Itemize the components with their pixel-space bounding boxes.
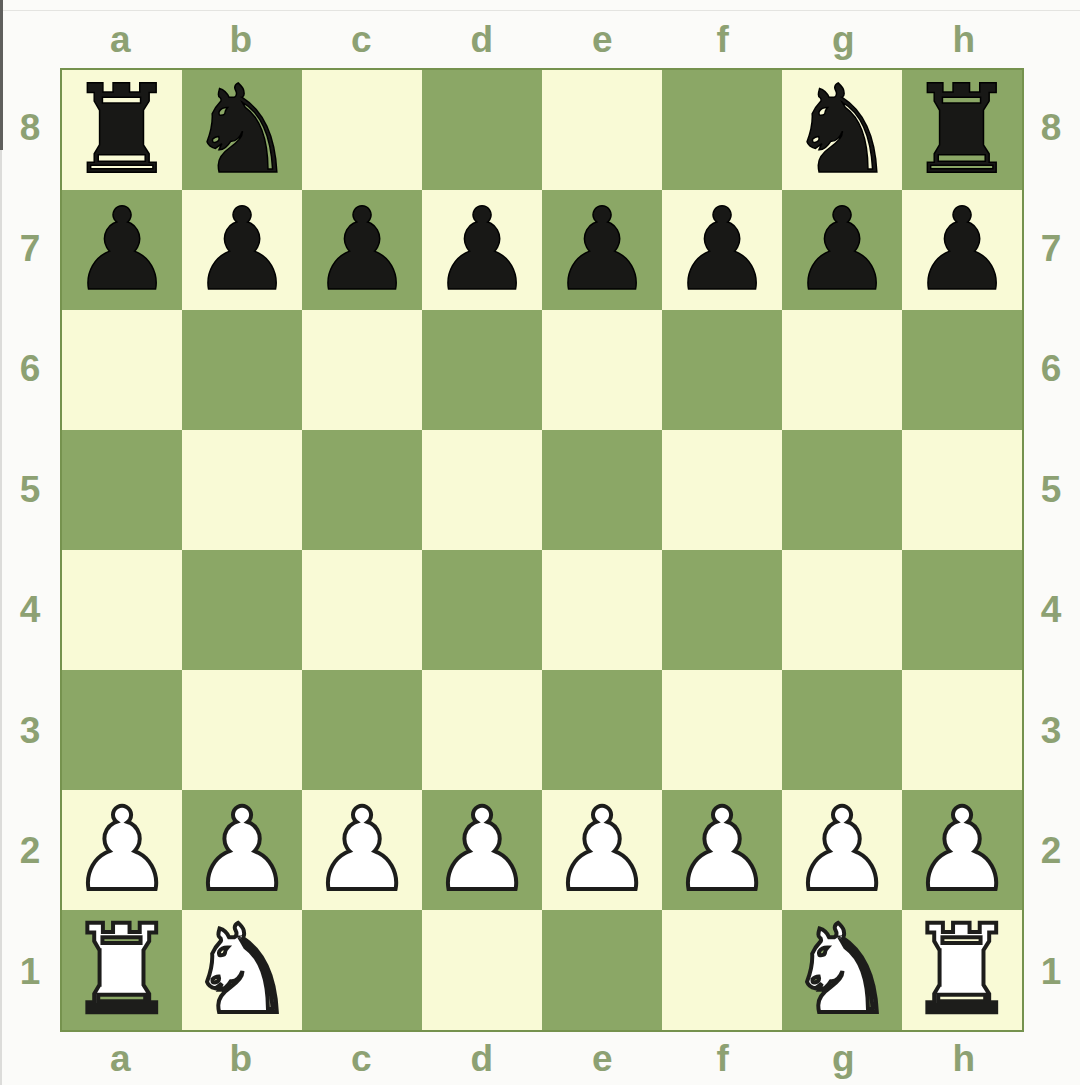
chess-board: ♜♞♞♜♟♟♟♟♟♟♟♟♟♟♟♟♟♟♟♟♜♞♞♜ [60,68,1024,1032]
piece-white-knight[interactable]: ♞ [187,910,296,1030]
square-g6[interactable] [782,310,902,430]
rank-label-8: 8 [0,68,60,189]
square-c6[interactable] [302,310,422,430]
square-d1[interactable] [422,910,542,1030]
file-label-e: e [542,11,663,68]
square-d8[interactable] [422,70,542,190]
file-label-d: d [422,11,543,68]
square-a7[interactable]: ♟ [62,190,182,310]
file-label-f: f [663,1032,784,1085]
square-d5[interactable] [422,430,542,550]
chess-board-page: abcdefgh 87654321 ♜♞♞♜♟♟♟♟♟♟♟♟♟♟♟♟♟♟♟♟♜♞… [0,0,1080,1085]
rank-label-4: 4 [1022,550,1080,671]
square-f8[interactable] [662,70,782,190]
rank-labels-left: 87654321 [0,68,60,1032]
square-c3[interactable] [302,670,422,790]
rank-label-6: 6 [0,309,60,430]
square-g1[interactable]: ♞ [782,910,902,1030]
square-h7[interactable]: ♟ [902,190,1022,310]
rank-label-7: 7 [1022,189,1080,310]
square-f3[interactable] [662,670,782,790]
piece-black-rook[interactable]: ♜ [67,70,176,190]
rank-label-5: 5 [1022,430,1080,551]
square-g5[interactable] [782,430,902,550]
square-c5[interactable] [302,430,422,550]
square-d6[interactable] [422,310,542,430]
square-c8[interactable] [302,70,422,190]
square-b8[interactable]: ♞ [182,70,302,190]
square-g3[interactable] [782,670,902,790]
square-h1[interactable]: ♜ [902,910,1022,1030]
square-a4[interactable] [62,550,182,670]
square-e3[interactable] [542,670,662,790]
square-e4[interactable] [542,550,662,670]
piece-black-pawn[interactable]: ♟ [431,190,533,310]
file-labels-bottom: abcdefgh [60,1032,1024,1085]
square-b1[interactable]: ♞ [182,910,302,1030]
piece-black-pawn[interactable]: ♟ [911,190,1013,310]
square-c7[interactable]: ♟ [302,190,422,310]
square-c1[interactable] [302,910,422,1030]
file-label-a: a [60,1032,181,1085]
rank-label-2: 2 [1022,791,1080,912]
square-a1[interactable]: ♜ [62,910,182,1030]
file-label-c: c [301,11,422,68]
square-h4[interactable] [902,550,1022,670]
piece-black-pawn[interactable]: ♟ [791,190,893,310]
square-f1[interactable] [662,910,782,1030]
file-label-c: c [301,1032,422,1085]
piece-white-rook[interactable]: ♜ [67,910,176,1030]
file-label-g: g [783,1032,904,1085]
square-a5[interactable] [62,430,182,550]
square-h6[interactable] [902,310,1022,430]
rank-label-6: 6 [1022,309,1080,430]
piece-black-pawn[interactable]: ♟ [71,190,173,310]
square-e5[interactable] [542,430,662,550]
square-a8[interactable]: ♜ [62,70,182,190]
piece-white-rook[interactable]: ♜ [907,910,1016,1030]
piece-white-pawn[interactable]: ♟ [191,790,293,910]
square-e6[interactable] [542,310,662,430]
rank-label-7: 7 [0,189,60,310]
square-d4[interactable] [422,550,542,670]
rank-label-4: 4 [0,550,60,671]
piece-black-pawn[interactable]: ♟ [671,190,773,310]
square-d2[interactable]: ♟ [422,790,542,910]
square-e7[interactable]: ♟ [542,190,662,310]
square-g8[interactable]: ♞ [782,70,902,190]
file-label-h: h [904,1032,1025,1085]
square-a2[interactable]: ♟ [62,790,182,910]
square-h3[interactable] [902,670,1022,790]
rank-label-3: 3 [0,671,60,792]
piece-black-pawn[interactable]: ♟ [551,190,653,310]
square-c2[interactable]: ♟ [302,790,422,910]
square-h2[interactable]: ♟ [902,790,1022,910]
square-b7[interactable]: ♟ [182,190,302,310]
square-a6[interactable] [62,310,182,430]
piece-black-pawn[interactable]: ♟ [191,190,293,310]
square-d3[interactable] [422,670,542,790]
rank-label-1: 1 [0,912,60,1033]
piece-white-pawn[interactable]: ♟ [431,790,533,910]
square-h8[interactable]: ♜ [902,70,1022,190]
file-label-f: f [663,11,784,68]
piece-white-pawn[interactable]: ♟ [311,790,413,910]
square-b5[interactable] [182,430,302,550]
rank-label-8: 8 [1022,68,1080,189]
square-e1[interactable] [542,910,662,1030]
rank-label-2: 2 [0,791,60,912]
square-h5[interactable] [902,430,1022,550]
piece-white-pawn[interactable]: ♟ [911,790,1013,910]
piece-white-pawn[interactable]: ♟ [551,790,653,910]
square-e2[interactable]: ♟ [542,790,662,910]
piece-black-knight[interactable]: ♞ [187,70,296,190]
square-c4[interactable] [302,550,422,670]
rank-labels-right: 87654321 [1022,68,1080,1032]
square-g7[interactable]: ♟ [782,190,902,310]
piece-black-knight[interactable]: ♞ [787,70,896,190]
square-e8[interactable] [542,70,662,190]
square-g2[interactable]: ♟ [782,790,902,910]
piece-black-rook[interactable]: ♜ [907,70,1016,190]
square-d7[interactable]: ♟ [422,190,542,310]
square-f7[interactable]: ♟ [662,190,782,310]
file-label-d: d [422,1032,543,1085]
square-g4[interactable] [782,550,902,670]
rank-label-1: 1 [1022,912,1080,1033]
piece-white-pawn[interactable]: ♟ [671,790,773,910]
rank-label-5: 5 [0,430,60,551]
square-b4[interactable] [182,550,302,670]
square-b2[interactable]: ♟ [182,790,302,910]
piece-white-pawn[interactable]: ♟ [71,790,173,910]
square-f2[interactable]: ♟ [662,790,782,910]
rank-label-3: 3 [1022,671,1080,792]
file-label-b: b [181,1032,302,1085]
square-f6[interactable] [662,310,782,430]
square-b6[interactable] [182,310,302,430]
square-b3[interactable] [182,670,302,790]
square-a3[interactable] [62,670,182,790]
square-f4[interactable] [662,550,782,670]
piece-white-knight[interactable]: ♞ [787,910,896,1030]
piece-white-pawn[interactable]: ♟ [791,790,893,910]
piece-black-pawn[interactable]: ♟ [311,190,413,310]
file-label-e: e [542,1032,663,1085]
square-f5[interactable] [662,430,782,550]
